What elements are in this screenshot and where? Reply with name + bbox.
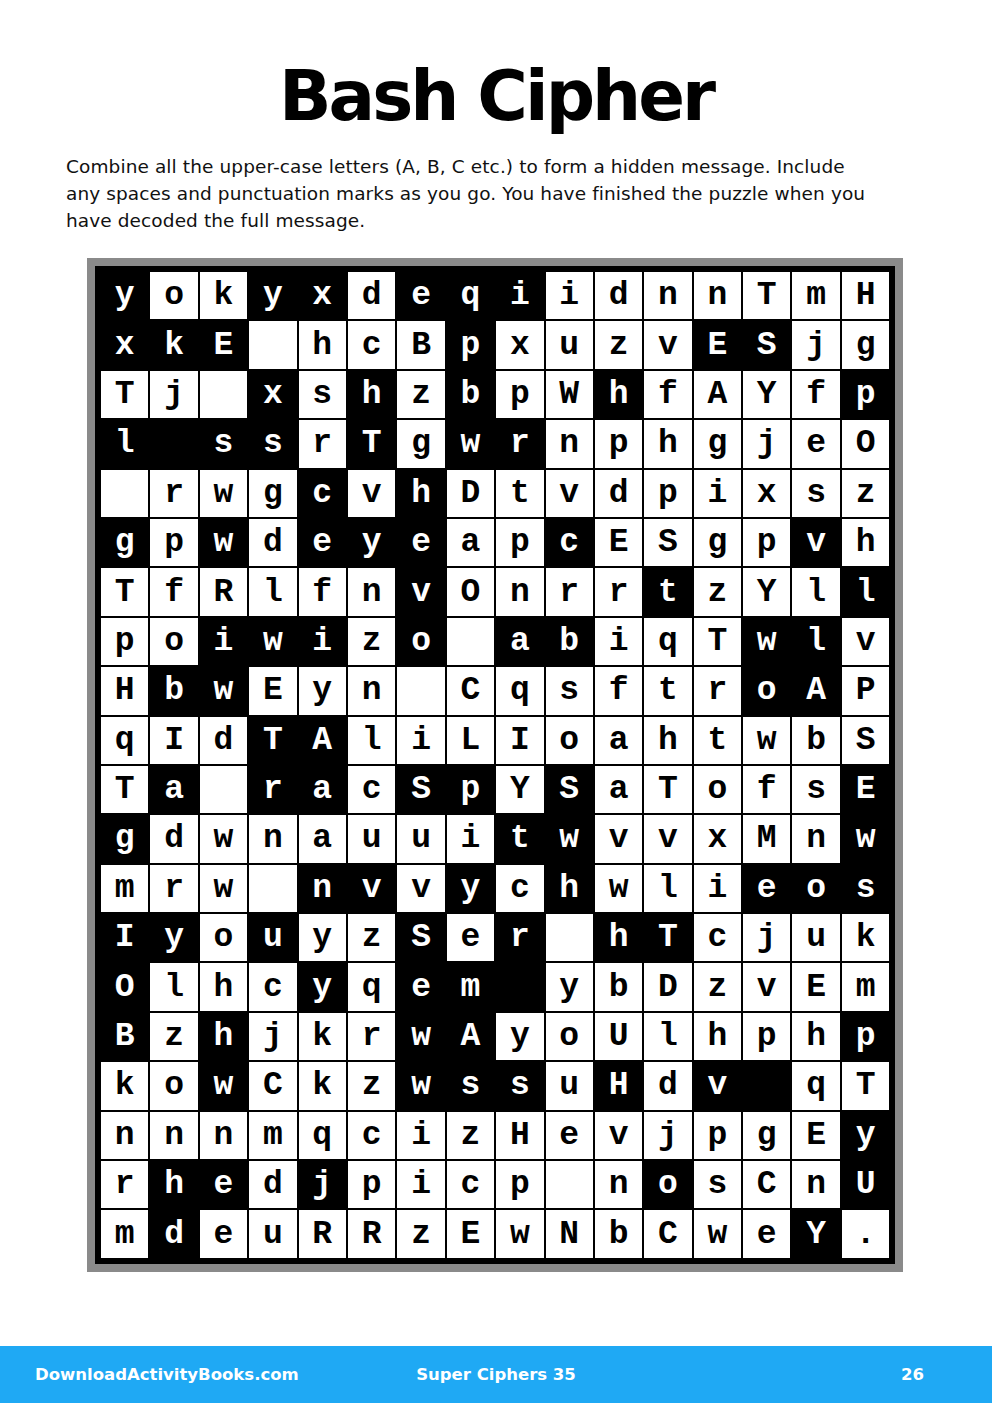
grid-cell[interactable]: e: [397, 272, 444, 319]
grid-cell[interactable]: m: [249, 1112, 296, 1159]
grid-cell[interactable]: R: [299, 1210, 346, 1257]
grid-cell[interactable]: E: [792, 1112, 839, 1159]
grid-cell[interactable]: z: [150, 1013, 197, 1060]
grid-cell[interactable]: y: [249, 272, 296, 319]
grid-cell[interactable]: a: [496, 618, 543, 665]
grid-cell[interactable]: l: [348, 717, 395, 764]
grid-cell[interactable]: n: [150, 1112, 197, 1159]
grid-cell[interactable]: e: [299, 519, 346, 566]
grid-cell[interactable]: h: [595, 914, 642, 961]
grid-cell[interactable]: e: [447, 914, 494, 961]
grid-cell[interactable]: i: [595, 618, 642, 665]
grid-cell[interactable]: k: [101, 1062, 148, 1109]
grid-cell[interactable]: p: [150, 519, 197, 566]
grid-cell[interactable]: j: [150, 371, 197, 418]
grid-cell[interactable]: n: [792, 815, 839, 862]
grid-cell[interactable]: x: [299, 272, 346, 319]
grid-cell[interactable]: x: [101, 321, 148, 368]
grid-cell[interactable]: z: [447, 1112, 494, 1159]
grid-cell[interactable]: Y: [792, 1210, 839, 1257]
grid-cell[interactable]: k: [299, 1013, 346, 1060]
grid-cell[interactable]: w: [743, 618, 790, 665]
grid-cell[interactable]: e: [743, 865, 790, 912]
grid-cell[interactable]: q: [644, 618, 691, 665]
grid-cell[interactable]: [496, 963, 543, 1010]
grid-cell[interactable]: c: [348, 321, 395, 368]
grid-cell[interactable]: R: [348, 1210, 395, 1257]
grid-cell[interactable]: a: [595, 717, 642, 764]
grid-cell[interactable]: i: [447, 815, 494, 862]
grid-cell[interactable]: v: [348, 865, 395, 912]
grid-cell[interactable]: y: [299, 963, 346, 1010]
grid-cell[interactable]: S: [546, 766, 593, 813]
grid-cell[interactable]: g: [694, 420, 741, 467]
grid-cell[interactable]: [743, 1062, 790, 1109]
grid-cell[interactable]: s: [200, 420, 247, 467]
grid-cell[interactable]: y: [299, 914, 346, 961]
grid-cell[interactable]: [397, 667, 444, 714]
grid-cell[interactable]: r: [546, 568, 593, 615]
grid-cell[interactable]: i: [496, 272, 543, 319]
grid-cell[interactable]: b: [595, 963, 642, 1010]
grid-cell[interactable]: g: [842, 321, 889, 368]
grid-cell[interactable]: z: [595, 321, 642, 368]
grid-cell[interactable]: n: [792, 1161, 839, 1208]
grid-cell[interactable]: A: [792, 667, 839, 714]
grid-cell[interactable]: h: [150, 1161, 197, 1208]
grid-cell[interactable]: c: [348, 766, 395, 813]
grid-cell[interactable]: d: [150, 1210, 197, 1257]
grid-cell[interactable]: W: [546, 371, 593, 418]
grid-cell[interactable]: w: [200, 1062, 247, 1109]
grid-cell[interactable]: d: [595, 272, 642, 319]
grid-cell[interactable]: p: [743, 1013, 790, 1060]
grid-cell[interactable]: C: [447, 667, 494, 714]
grid-cell[interactable]: v: [595, 815, 642, 862]
grid-cell[interactable]: p: [694, 1112, 741, 1159]
grid-cell[interactable]: u: [546, 1062, 593, 1109]
grid-cell[interactable]: f: [595, 667, 642, 714]
grid-cell[interactable]: g: [101, 519, 148, 566]
grid-cell[interactable]: l: [101, 420, 148, 467]
grid-cell[interactable]: k: [842, 914, 889, 961]
grid-cell[interactable]: o: [694, 766, 741, 813]
grid-cell[interactable]: c: [299, 470, 346, 517]
grid-cell[interactable]: w: [694, 1210, 741, 1257]
grid-cell[interactable]: i: [694, 470, 741, 517]
grid-cell[interactable]: g: [101, 815, 148, 862]
grid-cell[interactable]: g: [249, 470, 296, 517]
grid-cell[interactable]: M: [743, 815, 790, 862]
grid-cell[interactable]: q: [101, 717, 148, 764]
grid-cell[interactable]: h: [348, 371, 395, 418]
grid-cell[interactable]: i: [694, 865, 741, 912]
grid-cell[interactable]: T: [101, 568, 148, 615]
grid-cell[interactable]: z: [694, 963, 741, 1010]
grid-cell[interactable]: e: [397, 519, 444, 566]
grid-cell[interactable]: Y: [496, 766, 543, 813]
grid-cell[interactable]: y: [546, 963, 593, 1010]
grid-cell[interactable]: E: [595, 519, 642, 566]
grid-cell[interactable]: n: [348, 667, 395, 714]
grid-cell[interactable]: e: [546, 1112, 593, 1159]
grid-cell[interactable]: A: [299, 717, 346, 764]
grid-cell[interactable]: s: [447, 1062, 494, 1109]
grid-cell[interactable]: [101, 470, 148, 517]
grid-cell[interactable]: o: [546, 1013, 593, 1060]
grid-cell[interactable]: c: [496, 865, 543, 912]
grid-cell[interactable]: o: [644, 1161, 691, 1208]
grid-cell[interactable]: l: [644, 1013, 691, 1060]
grid-cell[interactable]: f: [644, 371, 691, 418]
grid-cell[interactable]: n: [644, 272, 691, 319]
grid-cell[interactable]: T: [694, 618, 741, 665]
grid-cell[interactable]: q: [792, 1062, 839, 1109]
grid-cell[interactable]: [546, 914, 593, 961]
grid-cell[interactable]: r: [694, 667, 741, 714]
grid-cell[interactable]: D: [644, 963, 691, 1010]
grid-cell[interactable]: v: [397, 568, 444, 615]
grid-cell[interactable]: j: [792, 321, 839, 368]
grid-cell[interactable]: v: [644, 321, 691, 368]
grid-cell[interactable]: h: [644, 717, 691, 764]
grid-cell[interactable]: d: [249, 519, 296, 566]
grid-cell[interactable]: e: [397, 963, 444, 1010]
grid-cell[interactable]: c: [249, 963, 296, 1010]
grid-cell[interactable]: a: [150, 766, 197, 813]
grid-cell[interactable]: z: [397, 371, 444, 418]
grid-cell[interactable]: j: [743, 420, 790, 467]
grid-cell[interactable]: U: [842, 1161, 889, 1208]
grid-cell[interactable]: b: [447, 371, 494, 418]
grid-cell[interactable]: p: [496, 519, 543, 566]
grid-cell[interactable]: [249, 865, 296, 912]
grid-cell[interactable]: p: [101, 618, 148, 665]
grid-cell[interactable]: x: [249, 371, 296, 418]
grid-cell[interactable]: w: [546, 815, 593, 862]
grid-cell[interactable]: j: [644, 1112, 691, 1159]
grid-cell[interactable]: d: [200, 717, 247, 764]
grid-cell[interactable]: o: [150, 272, 197, 319]
grid-cell[interactable]: i: [397, 1161, 444, 1208]
grid-cell[interactable]: h: [397, 470, 444, 517]
grid-cell[interactable]: y: [150, 914, 197, 961]
grid-cell[interactable]: m: [101, 865, 148, 912]
grid-cell[interactable]: T: [101, 766, 148, 813]
grid-cell[interactable]: O: [447, 568, 494, 615]
grid-cell[interactable]: s: [694, 1161, 741, 1208]
grid-cell[interactable]: h: [546, 865, 593, 912]
grid-cell[interactable]: h: [200, 1013, 247, 1060]
grid-cell[interactable]: p: [842, 1013, 889, 1060]
grid-cell[interactable]: E: [842, 766, 889, 813]
grid-cell[interactable]: s: [842, 865, 889, 912]
grid-cell[interactable]: y: [101, 272, 148, 319]
grid-cell[interactable]: S: [644, 519, 691, 566]
grid-cell[interactable]: w: [743, 717, 790, 764]
grid-cell[interactable]: n: [101, 1112, 148, 1159]
grid-cell[interactable]: R: [200, 568, 247, 615]
grid-cell[interactable]: s: [792, 766, 839, 813]
grid-cell[interactable]: d: [595, 470, 642, 517]
grid-cell[interactable]: r: [101, 1161, 148, 1208]
grid-cell[interactable]: t: [644, 568, 691, 615]
grid-cell[interactable]: k: [200, 272, 247, 319]
grid-cell[interactable]: I: [496, 717, 543, 764]
grid-cell[interactable]: n: [249, 815, 296, 862]
grid-cell[interactable]: o: [200, 914, 247, 961]
grid-cell[interactable]: u: [397, 815, 444, 862]
grid-cell[interactable]: T: [101, 371, 148, 418]
grid-cell[interactable]: j: [743, 914, 790, 961]
grid-cell[interactable]: p: [644, 470, 691, 517]
grid-cell[interactable]: A: [694, 371, 741, 418]
grid-cell[interactable]: v: [644, 815, 691, 862]
grid-cell[interactable]: x: [743, 470, 790, 517]
grid-cell[interactable]: p: [447, 766, 494, 813]
grid-cell[interactable]: d: [150, 815, 197, 862]
grid-cell[interactable]: a: [299, 766, 346, 813]
grid-cell[interactable]: y: [348, 519, 395, 566]
grid-cell[interactable]: p: [743, 519, 790, 566]
grid-cell[interactable]: .: [842, 1210, 889, 1257]
grid-cell[interactable]: l: [842, 568, 889, 615]
grid-cell[interactable]: k: [299, 1062, 346, 1109]
grid-cell[interactable]: s: [792, 470, 839, 517]
grid-cell[interactable]: w: [496, 1210, 543, 1257]
grid-cell[interactable]: o: [150, 618, 197, 665]
grid-cell[interactable]: r: [249, 766, 296, 813]
grid-cell[interactable]: w: [200, 470, 247, 517]
grid-cell[interactable]: e: [200, 1161, 247, 1208]
grid-cell[interactable]: w: [397, 1062, 444, 1109]
grid-cell[interactable]: m: [101, 1210, 148, 1257]
grid-cell[interactable]: z: [397, 1210, 444, 1257]
grid-cell[interactable]: B: [397, 321, 444, 368]
grid-cell[interactable]: h: [644, 420, 691, 467]
grid-cell[interactable]: z: [348, 914, 395, 961]
grid-cell[interactable]: o: [150, 1062, 197, 1109]
grid-cell[interactable]: i: [397, 1112, 444, 1159]
grid-cell[interactable]: b: [150, 667, 197, 714]
grid-cell[interactable]: O: [101, 963, 148, 1010]
grid-cell[interactable]: Y: [743, 568, 790, 615]
grid-cell[interactable]: c: [348, 1112, 395, 1159]
grid-cell[interactable]: S: [397, 766, 444, 813]
grid-cell[interactable]: p: [595, 420, 642, 467]
grid-cell[interactable]: t: [644, 667, 691, 714]
grid-cell[interactable]: D: [447, 470, 494, 517]
grid-cell[interactable]: [200, 766, 247, 813]
grid-cell[interactable]: N: [546, 1210, 593, 1257]
grid-cell[interactable]: p: [842, 371, 889, 418]
grid-cell[interactable]: p: [447, 321, 494, 368]
grid-cell[interactable]: l: [792, 618, 839, 665]
grid-cell[interactable]: v: [743, 963, 790, 1010]
grid-cell[interactable]: q: [447, 272, 494, 319]
grid-cell[interactable]: y: [299, 667, 346, 714]
grid-cell[interactable]: P: [842, 667, 889, 714]
grid-cell[interactable]: g: [743, 1112, 790, 1159]
grid-cell[interactable]: l: [644, 865, 691, 912]
grid-cell[interactable]: w: [200, 667, 247, 714]
grid-cell[interactable]: b: [792, 717, 839, 764]
grid-cell[interactable]: r: [595, 568, 642, 615]
grid-cell[interactable]: h: [842, 519, 889, 566]
grid-cell[interactable]: d: [249, 1161, 296, 1208]
grid-cell[interactable]: b: [595, 1210, 642, 1257]
grid-cell[interactable]: k: [150, 321, 197, 368]
grid-cell[interactable]: s: [299, 371, 346, 418]
grid-cell[interactable]: p: [348, 1161, 395, 1208]
grid-cell[interactable]: y: [447, 865, 494, 912]
grid-cell[interactable]: H: [595, 1062, 642, 1109]
grid-cell[interactable]: S: [397, 914, 444, 961]
grid-cell[interactable]: C: [249, 1062, 296, 1109]
grid-cell[interactable]: p: [496, 371, 543, 418]
grid-cell[interactable]: B: [101, 1013, 148, 1060]
grid-cell[interactable]: C: [743, 1161, 790, 1208]
grid-cell[interactable]: q: [496, 667, 543, 714]
grid-cell[interactable]: r: [150, 865, 197, 912]
grid-cell[interactable]: [546, 1161, 593, 1208]
grid-cell[interactable]: a: [299, 815, 346, 862]
grid-cell[interactable]: E: [694, 321, 741, 368]
grid-cell[interactable]: H: [842, 272, 889, 319]
grid-cell[interactable]: o: [792, 865, 839, 912]
grid-cell[interactable]: h: [595, 371, 642, 418]
grid-cell[interactable]: h: [694, 1013, 741, 1060]
grid-cell[interactable]: r: [348, 1013, 395, 1060]
grid-cell[interactable]: u: [249, 1210, 296, 1257]
grid-cell[interactable]: t: [496, 470, 543, 517]
grid-cell[interactable]: e: [200, 1210, 247, 1257]
grid-cell[interactable]: E: [447, 1210, 494, 1257]
grid-cell[interactable]: h: [792, 1013, 839, 1060]
grid-cell[interactable]: z: [694, 568, 741, 615]
grid-cell[interactable]: n: [546, 420, 593, 467]
grid-cell[interactable]: o: [397, 618, 444, 665]
grid-cell[interactable]: H: [101, 667, 148, 714]
grid-cell[interactable]: i: [299, 618, 346, 665]
grid-cell[interactable]: e: [743, 1210, 790, 1257]
grid-cell[interactable]: m: [842, 963, 889, 1010]
grid-cell[interactable]: s: [546, 667, 593, 714]
grid-cell[interactable]: r: [496, 914, 543, 961]
grid-cell[interactable]: x: [496, 321, 543, 368]
grid-cell[interactable]: b: [546, 618, 593, 665]
grid-cell[interactable]: [447, 618, 494, 665]
grid-cell[interactable]: H: [496, 1112, 543, 1159]
grid-cell[interactable]: c: [546, 519, 593, 566]
grid-cell[interactable]: I: [101, 914, 148, 961]
grid-cell[interactable]: o: [546, 717, 593, 764]
grid-cell[interactable]: f: [743, 766, 790, 813]
grid-cell[interactable]: w: [397, 1013, 444, 1060]
grid-cell[interactable]: a: [447, 519, 494, 566]
grid-cell[interactable]: p: [496, 1161, 543, 1208]
grid-cell[interactable]: u: [546, 321, 593, 368]
grid-cell[interactable]: T: [644, 766, 691, 813]
grid-cell[interactable]: m: [447, 963, 494, 1010]
grid-cell[interactable]: [200, 371, 247, 418]
grid-cell[interactable]: C: [644, 1210, 691, 1257]
grid-cell[interactable]: r: [299, 420, 346, 467]
grid-cell[interactable]: O: [842, 420, 889, 467]
grid-cell[interactable]: j: [299, 1161, 346, 1208]
grid-cell[interactable]: l: [792, 568, 839, 615]
grid-cell[interactable]: T: [249, 717, 296, 764]
grid-cell[interactable]: v: [348, 470, 395, 517]
grid-cell[interactable]: j: [249, 1013, 296, 1060]
grid-cell[interactable]: f: [792, 371, 839, 418]
grid-cell[interactable]: E: [200, 321, 247, 368]
grid-cell[interactable]: z: [348, 618, 395, 665]
grid-cell[interactable]: w: [200, 865, 247, 912]
grid-cell[interactable]: n: [595, 1161, 642, 1208]
grid-cell[interactable]: t: [496, 815, 543, 862]
grid-cell[interactable]: s: [249, 420, 296, 467]
grid-cell[interactable]: [150, 420, 197, 467]
grid-cell[interactable]: v: [842, 618, 889, 665]
grid-cell[interactable]: w: [200, 519, 247, 566]
grid-cell[interactable]: q: [348, 963, 395, 1010]
grid-cell[interactable]: c: [694, 914, 741, 961]
grid-cell[interactable]: w: [200, 815, 247, 862]
grid-cell[interactable]: n: [348, 568, 395, 615]
grid-cell[interactable]: i: [546, 272, 593, 319]
grid-cell[interactable]: h: [200, 963, 247, 1010]
grid-cell[interactable]: f: [150, 568, 197, 615]
grid-cell[interactable]: d: [348, 272, 395, 319]
grid-cell[interactable]: w: [249, 618, 296, 665]
grid-cell[interactable]: w: [842, 815, 889, 862]
grid-cell[interactable]: w: [595, 865, 642, 912]
grid-cell[interactable]: d: [644, 1062, 691, 1109]
grid-cell[interactable]: w: [447, 420, 494, 467]
grid-cell[interactable]: U: [595, 1013, 642, 1060]
grid-cell[interactable]: n: [496, 568, 543, 615]
grid-cell[interactable]: o: [743, 667, 790, 714]
grid-cell[interactable]: v: [595, 1112, 642, 1159]
grid-cell[interactable]: T: [743, 272, 790, 319]
grid-cell[interactable]: E: [792, 963, 839, 1010]
grid-cell[interactable]: r: [496, 420, 543, 467]
grid-cell[interactable]: u: [348, 815, 395, 862]
grid-cell[interactable]: T: [348, 420, 395, 467]
grid-cell[interactable]: L: [447, 717, 494, 764]
grid-cell[interactable]: z: [842, 470, 889, 517]
grid-cell[interactable]: n: [200, 1112, 247, 1159]
grid-cell[interactable]: S: [743, 321, 790, 368]
grid-cell[interactable]: v: [546, 470, 593, 517]
grid-cell[interactable]: y: [842, 1112, 889, 1159]
grid-cell[interactable]: E: [249, 667, 296, 714]
grid-cell[interactable]: h: [299, 321, 346, 368]
grid-cell[interactable]: z: [348, 1062, 395, 1109]
grid-cell[interactable]: e: [792, 420, 839, 467]
grid-cell[interactable]: v: [792, 519, 839, 566]
grid-cell[interactable]: n: [694, 272, 741, 319]
grid-cell[interactable]: A: [447, 1013, 494, 1060]
grid-cell[interactable]: y: [496, 1013, 543, 1060]
grid-cell[interactable]: i: [200, 618, 247, 665]
grid-cell[interactable]: t: [694, 717, 741, 764]
grid-cell[interactable]: q: [299, 1112, 346, 1159]
grid-cell[interactable]: n: [299, 865, 346, 912]
grid-cell[interactable]: T: [842, 1062, 889, 1109]
grid-cell[interactable]: i: [397, 717, 444, 764]
